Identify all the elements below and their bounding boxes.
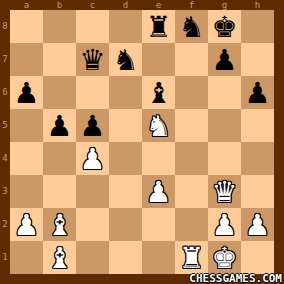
square-f1[interactable]: ♜ [175, 241, 208, 274]
square-a3[interactable] [10, 175, 43, 208]
board: ♜♞♚♛♞♟♟♝♟♟♟♞♟♟♛♟♝♟♟♝♜♚ [10, 10, 274, 274]
rank-label-5: 5 [0, 109, 10, 142]
file-label-d: d [109, 0, 142, 10]
square-d1[interactable] [109, 241, 142, 274]
file-label-f: f [175, 0, 208, 10]
black-pawn[interactable]: ♟ [76, 109, 109, 142]
square-a5[interactable] [10, 109, 43, 142]
white-pawn[interactable]: ♟ [241, 208, 274, 241]
black-rook[interactable]: ♜ [142, 10, 175, 43]
white-pawn[interactable]: ♟ [10, 208, 43, 241]
rank-label-4: 4 [0, 142, 10, 175]
rank-label-2: 2 [0, 208, 10, 241]
square-f7[interactable] [175, 43, 208, 76]
square-c8[interactable] [76, 10, 109, 43]
square-f3[interactable] [175, 175, 208, 208]
square-d7[interactable]: ♞ [109, 43, 142, 76]
square-g1[interactable]: ♚ [208, 241, 241, 274]
square-e3[interactable]: ♟ [142, 175, 175, 208]
square-h2[interactable]: ♟ [241, 208, 274, 241]
square-e6[interactable]: ♝ [142, 76, 175, 109]
black-queen[interactable]: ♛ [76, 43, 109, 76]
square-d5[interactable] [109, 109, 142, 142]
black-pawn[interactable]: ♟ [43, 109, 76, 142]
square-c6[interactable] [76, 76, 109, 109]
square-e4[interactable] [142, 142, 175, 175]
rank-label-6: 6 [0, 76, 10, 109]
square-f6[interactable] [175, 76, 208, 109]
file-labels: abcdefgh [10, 0, 274, 10]
square-e8[interactable]: ♜ [142, 10, 175, 43]
file-label-c: c [76, 0, 109, 10]
square-h7[interactable] [241, 43, 274, 76]
square-e5[interactable]: ♞ [142, 109, 175, 142]
square-c5[interactable]: ♟ [76, 109, 109, 142]
square-f8[interactable]: ♞ [175, 10, 208, 43]
white-king[interactable]: ♚ [208, 241, 241, 274]
square-a1[interactable] [10, 241, 43, 274]
square-b8[interactable] [43, 10, 76, 43]
chess-diagram: abcdefgh 87654321 ♜♞♚♛♞♟♟♝♟♟♟♞♟♟♛♟♝♟♟♝♜♚… [0, 0, 284, 284]
white-queen[interactable]: ♛ [208, 175, 241, 208]
square-h3[interactable] [241, 175, 274, 208]
black-knight[interactable]: ♞ [175, 10, 208, 43]
square-b2[interactable]: ♝ [43, 208, 76, 241]
square-b6[interactable] [43, 76, 76, 109]
white-pawn[interactable]: ♟ [76, 142, 109, 175]
rank-labels: 87654321 [0, 10, 10, 274]
square-h1[interactable] [241, 241, 274, 274]
rank-label-3: 3 [0, 175, 10, 208]
file-label-a: a [10, 0, 43, 10]
square-b1[interactable]: ♝ [43, 241, 76, 274]
square-d8[interactable] [109, 10, 142, 43]
square-f4[interactable] [175, 142, 208, 175]
square-d3[interactable] [109, 175, 142, 208]
black-pawn[interactable]: ♟ [208, 43, 241, 76]
square-c7[interactable]: ♛ [76, 43, 109, 76]
square-f5[interactable] [175, 109, 208, 142]
square-h4[interactable] [241, 142, 274, 175]
black-king[interactable]: ♚ [208, 10, 241, 43]
white-bishop[interactable]: ♝ [43, 241, 76, 274]
site-credit-label: CHESSGAMES.COM [189, 274, 282, 284]
square-c3[interactable] [76, 175, 109, 208]
black-knight[interactable]: ♞ [109, 43, 142, 76]
square-d2[interactable] [109, 208, 142, 241]
square-h5[interactable] [241, 109, 274, 142]
file-label-g: g [208, 0, 241, 10]
square-b3[interactable] [43, 175, 76, 208]
white-pawn[interactable]: ♟ [208, 208, 241, 241]
rank-label-8: 8 [0, 10, 10, 43]
square-g5[interactable] [208, 109, 241, 142]
square-g8[interactable]: ♚ [208, 10, 241, 43]
square-b4[interactable] [43, 142, 76, 175]
square-b5[interactable]: ♟ [43, 109, 76, 142]
white-bishop[interactable]: ♝ [43, 208, 76, 241]
square-d4[interactable] [109, 142, 142, 175]
square-a6[interactable]: ♟ [10, 76, 43, 109]
file-label-b: b [43, 0, 76, 10]
square-e2[interactable] [142, 208, 175, 241]
white-knight[interactable]: ♞ [142, 109, 175, 142]
square-c2[interactable] [76, 208, 109, 241]
square-d6[interactable] [109, 76, 142, 109]
square-g3[interactable]: ♛ [208, 175, 241, 208]
black-bishop[interactable]: ♝ [142, 76, 175, 109]
square-h8[interactable] [241, 10, 274, 43]
square-a8[interactable] [10, 10, 43, 43]
square-g7[interactable]: ♟ [208, 43, 241, 76]
square-g4[interactable] [208, 142, 241, 175]
square-f2[interactable] [175, 208, 208, 241]
black-pawn[interactable]: ♟ [241, 76, 274, 109]
square-a7[interactable] [10, 43, 43, 76]
white-rook[interactable]: ♜ [175, 241, 208, 274]
square-b7[interactable] [43, 43, 76, 76]
file-label-h: h [241, 0, 274, 10]
square-c4[interactable]: ♟ [76, 142, 109, 175]
square-a2[interactable]: ♟ [10, 208, 43, 241]
white-pawn[interactable]: ♟ [142, 175, 175, 208]
black-pawn[interactable]: ♟ [10, 76, 43, 109]
square-e1[interactable] [142, 241, 175, 274]
square-c1[interactable] [76, 241, 109, 274]
square-g6[interactable] [208, 76, 241, 109]
square-h6[interactable]: ♟ [241, 76, 274, 109]
file-label-e: e [142, 0, 175, 10]
rank-label-7: 7 [0, 43, 10, 76]
square-a4[interactable] [10, 142, 43, 175]
square-g2[interactable]: ♟ [208, 208, 241, 241]
rank-label-1: 1 [0, 241, 10, 274]
square-e7[interactable] [142, 43, 175, 76]
